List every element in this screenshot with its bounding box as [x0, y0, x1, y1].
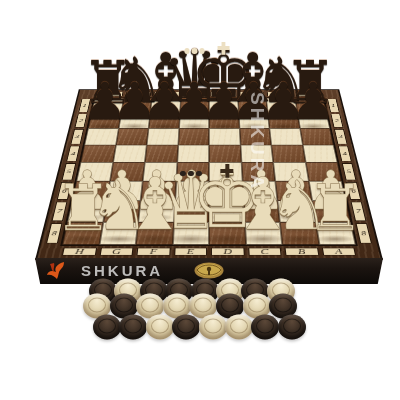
dark-draughts-piece	[93, 315, 121, 340]
light-draughts-piece	[146, 315, 174, 340]
diagonal-watermark: SHKURA	[246, 92, 268, 191]
light-draughts-piece	[225, 315, 253, 340]
product-photo: HGFEDCBA HGFEDCBA 12345678 12345678 SHKU…	[0, 0, 400, 400]
dark-draughts-piece	[119, 315, 147, 340]
dark-draughts-piece	[251, 315, 279, 340]
light-draughts-piece	[199, 315, 227, 340]
dark-draughts-piece	[172, 315, 200, 340]
dark-draughts-piece	[278, 315, 306, 340]
draughts-pieces-tray	[0, 0, 400, 400]
chess-set-scene: HGFEDCBA HGFEDCBA 12345678 12345678 SHKU…	[0, 0, 400, 400]
